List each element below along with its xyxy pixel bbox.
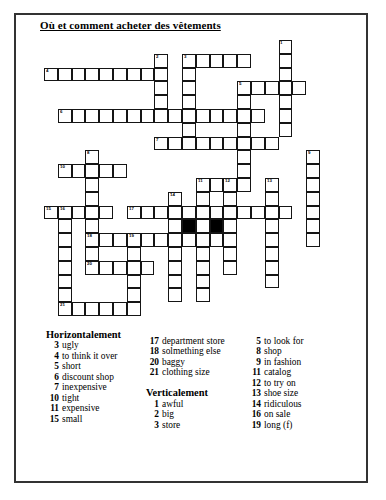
clue-line: 8shop bbox=[248, 346, 304, 356]
cell-number: 13 bbox=[267, 179, 272, 183]
grid-cell[interactable] bbox=[113, 68, 127, 82]
grid-cell[interactable] bbox=[223, 233, 237, 247]
grid-cell[interactable]: 19 bbox=[127, 233, 141, 247]
clue-line: 18solmething else bbox=[146, 346, 225, 356]
grid-cell[interactable] bbox=[154, 109, 168, 123]
grid-cell[interactable] bbox=[182, 123, 196, 137]
grid-cell[interactable] bbox=[265, 206, 279, 220]
clue-text: clothing size bbox=[162, 367, 210, 377]
clue-line: 10tight bbox=[46, 393, 121, 403]
clue-line: 12to try on bbox=[248, 378, 304, 388]
grid-cell[interactable] bbox=[279, 81, 293, 95]
clue-number: 16 bbox=[248, 409, 261, 419]
grid-cell[interactable] bbox=[196, 275, 210, 289]
grid-cell[interactable] bbox=[210, 233, 224, 247]
clue-line: 9in fashion bbox=[248, 357, 304, 367]
grid-cell[interactable] bbox=[182, 95, 196, 109]
cell-number: 19 bbox=[129, 234, 134, 238]
grid-cell[interactable]: 6 bbox=[58, 109, 72, 123]
grid-cell[interactable]: 2 bbox=[154, 54, 168, 68]
grid-cell[interactable]: 10 bbox=[58, 164, 72, 178]
grid-cell[interactable] bbox=[237, 178, 251, 192]
clue-line: 11expensive bbox=[46, 403, 121, 413]
clue-text: store bbox=[162, 420, 180, 430]
clue-line: 20baggy bbox=[146, 357, 225, 367]
clue-text: tight bbox=[62, 393, 79, 403]
grid-cell[interactable] bbox=[141, 68, 155, 82]
grid-cell[interactable] bbox=[85, 192, 99, 206]
clue-text: long (f) bbox=[264, 420, 292, 430]
grid-cell[interactable] bbox=[306, 178, 320, 192]
grid-cell[interactable] bbox=[58, 261, 72, 275]
grid-cell[interactable] bbox=[279, 109, 293, 123]
grid-cell[interactable] bbox=[127, 68, 141, 82]
cell-number: 15 bbox=[46, 207, 51, 211]
cell-number: 20 bbox=[87, 262, 92, 266]
cell-number: 10 bbox=[60, 165, 65, 169]
clue-text: shoe size bbox=[264, 388, 298, 398]
grid-cell[interactable] bbox=[182, 206, 196, 220]
grid-cell[interactable] bbox=[223, 54, 237, 68]
grid-cell[interactable]: 1 bbox=[279, 40, 293, 54]
grid-cell[interactable] bbox=[306, 233, 320, 247]
grid-cell[interactable] bbox=[265, 81, 279, 95]
grid-cell[interactable] bbox=[85, 109, 99, 123]
clue-number: 17 bbox=[146, 336, 159, 346]
grid-cell[interactable] bbox=[127, 261, 141, 275]
cell-number: 17 bbox=[129, 207, 134, 211]
grid-cell[interactable] bbox=[210, 137, 224, 151]
grid-cell[interactable] bbox=[265, 261, 279, 275]
grid-cell[interactable] bbox=[154, 206, 168, 220]
clue-number: 13 bbox=[248, 388, 261, 398]
grid-cell[interactable]: 8 bbox=[85, 150, 99, 164]
cell-number: 16 bbox=[60, 207, 65, 211]
grid-cell[interactable] bbox=[168, 261, 182, 275]
grid-cell[interactable] bbox=[237, 164, 251, 178]
grid-cell[interactable] bbox=[127, 302, 141, 316]
grid-cell[interactable]: 9 bbox=[306, 150, 320, 164]
clue-line: 5short bbox=[46, 361, 121, 371]
grid-cell[interactable]: 5 bbox=[237, 81, 251, 95]
grid-cell[interactable] bbox=[237, 123, 251, 137]
grid-cell[interactable] bbox=[196, 219, 210, 233]
grid-cell[interactable] bbox=[85, 164, 99, 178]
grid-cell[interactable]: 11 bbox=[196, 178, 210, 192]
grid-cell[interactable] bbox=[168, 206, 182, 220]
grid-cell[interactable] bbox=[154, 233, 168, 247]
cell-number: 4 bbox=[46, 69, 48, 73]
grid-cell[interactable] bbox=[182, 68, 196, 82]
clue-number: 11 bbox=[248, 367, 261, 377]
grid-cell[interactable] bbox=[127, 275, 141, 289]
clue-text: to try on bbox=[264, 378, 296, 388]
grid-cell[interactable] bbox=[182, 81, 196, 95]
grid-cell[interactable] bbox=[85, 206, 99, 220]
grid-cell[interactable]: 13 bbox=[265, 178, 279, 192]
grid-cell[interactable] bbox=[72, 164, 86, 178]
grid-cell[interactable]: 21 bbox=[58, 302, 72, 316]
cell-number: 3 bbox=[184, 55, 186, 59]
clue-text: to look for bbox=[264, 336, 304, 346]
grid-cell[interactable] bbox=[154, 81, 168, 95]
grid-cell[interactable] bbox=[265, 275, 279, 289]
grid-cell[interactable] bbox=[154, 95, 168, 109]
grid-cell[interactable] bbox=[141, 206, 155, 220]
grid-cell[interactable] bbox=[58, 288, 72, 302]
clue-number: 8 bbox=[248, 346, 261, 356]
clue-number: 12 bbox=[248, 378, 261, 388]
grid-cell[interactable] bbox=[237, 206, 251, 220]
clues-column-down: 5to look for8shop9in fashion11catalog12t… bbox=[248, 336, 304, 430]
grid-cell[interactable] bbox=[237, 109, 251, 123]
grid-cell[interactable]: 4 bbox=[44, 68, 58, 82]
grid-cell[interactable] bbox=[265, 247, 279, 261]
clue-text: expensive bbox=[62, 403, 100, 413]
grid-cell[interactable] bbox=[279, 206, 293, 220]
grid-cell[interactable] bbox=[168, 275, 182, 289]
grid-cell[interactable] bbox=[210, 54, 224, 68]
cell-number: 7 bbox=[156, 138, 158, 142]
clues-column-across: Horizontalement3ugly4to think it over5sh… bbox=[46, 330, 121, 424]
clue-number: 4 bbox=[46, 351, 59, 361]
grid-cell[interactable] bbox=[168, 247, 182, 261]
clue-text: solmething else bbox=[162, 346, 221, 356]
grid-cell[interactable] bbox=[85, 247, 99, 261]
clue-text: shop bbox=[264, 346, 282, 356]
grid-cell[interactable] bbox=[210, 206, 224, 220]
clue-text: small bbox=[62, 414, 82, 424]
clue-number: 19 bbox=[248, 420, 261, 430]
grid-cell[interactable] bbox=[99, 261, 113, 275]
grid-cell[interactable] bbox=[251, 137, 265, 151]
grid-cell[interactable]: 16 bbox=[58, 206, 72, 220]
clue-text: on sale bbox=[264, 409, 290, 419]
clue-number: 11 bbox=[46, 403, 59, 413]
grid-cell[interactable] bbox=[196, 109, 210, 123]
clue-line: 13shoe size bbox=[248, 388, 304, 398]
grid-cell[interactable] bbox=[182, 137, 196, 151]
clue-line: 15small bbox=[46, 414, 121, 424]
grid-cell[interactable] bbox=[99, 206, 113, 220]
clue-text: baggy bbox=[162, 357, 185, 367]
clue-line: 3store bbox=[146, 420, 225, 430]
clue-text: to think it over bbox=[62, 351, 117, 361]
grid-cell[interactable] bbox=[127, 109, 141, 123]
grid-cell[interactable] bbox=[127, 247, 141, 261]
grid-cell[interactable] bbox=[196, 247, 210, 261]
grid-cell[interactable]: 18 bbox=[85, 233, 99, 247]
grid-cell[interactable] bbox=[168, 288, 182, 302]
clue-line: 4to think it over bbox=[46, 351, 121, 361]
clue-number: 5 bbox=[46, 361, 59, 371]
clue-number: 20 bbox=[146, 357, 159, 367]
grid-cell[interactable] bbox=[168, 137, 182, 151]
clue-line: 17department store bbox=[146, 336, 225, 346]
grid-cell[interactable] bbox=[113, 164, 127, 178]
cell-number: 18 bbox=[87, 234, 92, 238]
grid-cell[interactable] bbox=[279, 95, 293, 109]
grid-cell[interactable] bbox=[306, 164, 320, 178]
grid-cell[interactable] bbox=[99, 68, 113, 82]
grid-cell[interactable] bbox=[210, 178, 224, 192]
grid-cell[interactable] bbox=[72, 109, 86, 123]
cell-number: 6 bbox=[60, 110, 62, 114]
clue-number: 3 bbox=[146, 420, 159, 430]
grid-cell[interactable] bbox=[196, 137, 210, 151]
grid-cell[interactable] bbox=[223, 261, 237, 275]
grid-cell[interactable] bbox=[113, 261, 127, 275]
grid-cell[interactable] bbox=[85, 302, 99, 316]
clues-column-middle: 17department store18solmething else20bag… bbox=[146, 336, 225, 430]
grid-cell[interactable] bbox=[72, 206, 86, 220]
grid-cell[interactable] bbox=[141, 261, 155, 275]
grid-cell[interactable] bbox=[237, 150, 251, 164]
cell-number: 12 bbox=[225, 179, 230, 183]
grid-cell[interactable] bbox=[237, 95, 251, 109]
cell-number: 11 bbox=[198, 179, 203, 183]
clue-line: 14ridiculous bbox=[248, 399, 304, 409]
clue-line: 7inexpensive bbox=[46, 382, 121, 392]
grid-cell[interactable] bbox=[223, 109, 237, 123]
clue-text: big bbox=[162, 409, 174, 419]
grid-cell[interactable] bbox=[265, 233, 279, 247]
grid-cell[interactable] bbox=[85, 178, 99, 192]
clue-text: catalog bbox=[264, 367, 291, 377]
grid-cell[interactable] bbox=[251, 81, 265, 95]
grid-cell[interactable]: 17 bbox=[127, 206, 141, 220]
grid-cell[interactable] bbox=[279, 68, 293, 82]
grid-cell[interactable] bbox=[210, 109, 224, 123]
grid-cell[interactable] bbox=[168, 233, 182, 247]
clue-number: 10 bbox=[46, 393, 59, 403]
grid-cell[interactable] bbox=[306, 192, 320, 206]
grid-cell[interactable]: 15 bbox=[44, 206, 58, 220]
grid-cell[interactable] bbox=[223, 137, 237, 151]
black-cell bbox=[182, 219, 196, 233]
clue-text: inexpensive bbox=[62, 382, 107, 392]
clue-text: ugly bbox=[62, 340, 79, 350]
clue-number: 18 bbox=[146, 346, 159, 356]
worksheet-page: Où et comment acheter des vêtements 1234… bbox=[0, 0, 386, 500]
grid-cell[interactable] bbox=[72, 302, 86, 316]
grid-cell[interactable] bbox=[196, 233, 210, 247]
cell-number: 5 bbox=[239, 82, 241, 86]
grid-cell[interactable]: 14 bbox=[168, 192, 182, 206]
grid-cell[interactable] bbox=[99, 164, 113, 178]
clue-text: short bbox=[62, 361, 81, 371]
grid-cell[interactable] bbox=[113, 233, 127, 247]
grid-cell[interactable] bbox=[223, 219, 237, 233]
grid-cell[interactable] bbox=[251, 206, 265, 220]
clue-number: 6 bbox=[46, 372, 59, 382]
grid-cell[interactable] bbox=[196, 54, 210, 68]
grid-cell[interactable] bbox=[141, 109, 155, 123]
puzzle-title: Où et comment acheter des vêtements bbox=[40, 19, 221, 31]
grid-cell[interactable] bbox=[196, 288, 210, 302]
clue-text: awful bbox=[162, 399, 183, 409]
grid-cell[interactable] bbox=[182, 233, 196, 247]
grid-cell[interactable] bbox=[306, 219, 320, 233]
clue-number: 1 bbox=[146, 399, 159, 409]
grid-cell[interactable] bbox=[99, 109, 113, 123]
clue-line: 11catalog bbox=[248, 367, 304, 377]
clue-text: discount shop bbox=[62, 372, 114, 382]
grid-cell[interactable] bbox=[265, 219, 279, 233]
clue-line: 19long (f) bbox=[248, 420, 304, 430]
cell-number: 21 bbox=[60, 303, 65, 307]
clue-section-header: Verticalement bbox=[146, 388, 225, 398]
grid-cell[interactable] bbox=[196, 192, 210, 206]
clue-line: 2big bbox=[146, 409, 225, 419]
grid-cell[interactable] bbox=[141, 233, 155, 247]
grid-cell[interactable] bbox=[223, 206, 237, 220]
clue-line: 1awful bbox=[146, 399, 225, 409]
grid-cell[interactable]: 12 bbox=[223, 178, 237, 192]
clue-line: 5to look for bbox=[248, 336, 304, 346]
grid-cell[interactable] bbox=[85, 68, 99, 82]
grid-cell[interactable] bbox=[196, 261, 210, 275]
grid-cell[interactable] bbox=[58, 247, 72, 261]
grid-cell[interactable] bbox=[237, 54, 251, 68]
grid-cell[interactable] bbox=[265, 192, 279, 206]
clue-line: 3ugly bbox=[46, 340, 121, 350]
cell-number: 14 bbox=[170, 193, 175, 197]
grid-cell[interactable] bbox=[58, 275, 72, 289]
clue-number: 21 bbox=[146, 367, 159, 377]
grid-cell[interactable] bbox=[85, 219, 99, 233]
grid-cell[interactable] bbox=[58, 219, 72, 233]
grid-cell[interactable] bbox=[292, 81, 306, 95]
grid-cell[interactable] bbox=[58, 233, 72, 247]
grid-cell[interactable] bbox=[223, 247, 237, 261]
grid-cell[interactable] bbox=[196, 206, 210, 220]
grid-cell[interactable] bbox=[223, 192, 237, 206]
grid-cell[interactable] bbox=[306, 206, 320, 220]
grid-cell[interactable]: 3 bbox=[182, 54, 196, 68]
grid-cell[interactable] bbox=[113, 302, 127, 316]
black-cell bbox=[210, 219, 224, 233]
grid-cell[interactable] bbox=[182, 109, 196, 123]
grid-cell[interactable] bbox=[279, 123, 293, 137]
clue-number: 5 bbox=[248, 336, 261, 346]
grid-cell[interactable] bbox=[72, 68, 86, 82]
grid-cell[interactable] bbox=[168, 109, 182, 123]
grid-cell[interactable] bbox=[251, 109, 265, 123]
cell-number: 1 bbox=[280, 41, 282, 45]
clue-text: ridiculous bbox=[264, 399, 302, 409]
grid-cell[interactable] bbox=[58, 68, 72, 82]
clue-number: 9 bbox=[248, 357, 261, 367]
grid-cell[interactable] bbox=[99, 233, 113, 247]
clue-section-header: Horizontalement bbox=[46, 330, 121, 340]
clue-line: 21clothing size bbox=[146, 367, 225, 377]
grid-cell[interactable]: 20 bbox=[85, 261, 99, 275]
grid-cell[interactable]: 7 bbox=[154, 137, 168, 151]
grid-cell[interactable] bbox=[237, 137, 251, 151]
grid-cell[interactable] bbox=[154, 68, 168, 82]
grid-cell[interactable] bbox=[168, 219, 182, 233]
grid-cell[interactable] bbox=[279, 54, 293, 68]
clue-number: 15 bbox=[46, 414, 59, 424]
clue-line: 6discount shop bbox=[46, 372, 121, 382]
clue-number: 7 bbox=[46, 382, 59, 392]
clue-number: 2 bbox=[146, 409, 159, 419]
cell-number: 9 bbox=[308, 151, 310, 155]
clue-number: 14 bbox=[248, 399, 261, 409]
clue-text: department store bbox=[162, 336, 225, 346]
grid-cell[interactable] bbox=[127, 288, 141, 302]
grid-cell[interactable] bbox=[265, 137, 279, 151]
grid-cell[interactable] bbox=[113, 109, 127, 123]
cell-number: 2 bbox=[156, 55, 158, 59]
grid-cell[interactable] bbox=[99, 302, 113, 316]
clue-text: in fashion bbox=[264, 357, 301, 367]
cell-number: 8 bbox=[87, 151, 89, 155]
clue-line: 16on sale bbox=[248, 409, 304, 419]
clue-number: 3 bbox=[46, 340, 59, 350]
